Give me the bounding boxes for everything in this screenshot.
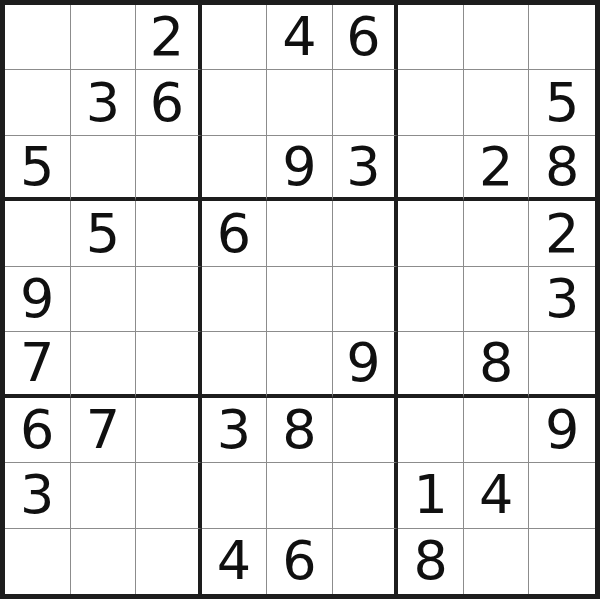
given-digit: 3	[217, 403, 251, 457]
cell-r8c2[interactable]	[71, 463, 137, 528]
cell-r4c9[interactable]: 2	[529, 201, 595, 266]
given-digit: 5	[20, 140, 54, 194]
cell-r9c1[interactable]	[5, 529, 71, 594]
cell-r7c7[interactable]	[398, 398, 464, 463]
cell-r4c4[interactable]: 6	[202, 201, 268, 266]
given-digit: 2	[479, 140, 513, 194]
cell-r8c5[interactable]	[267, 463, 333, 528]
given-digit: 4	[217, 534, 251, 588]
cell-r1c1[interactable]	[5, 5, 71, 70]
cell-r1c4[interactable]	[202, 5, 268, 70]
cell-r7c8[interactable]	[464, 398, 530, 463]
cell-r9c9[interactable]	[529, 529, 595, 594]
cell-r3c7[interactable]	[398, 136, 464, 201]
given-digit: 9	[545, 403, 579, 457]
cell-r1c5[interactable]: 4	[267, 5, 333, 70]
cell-r9c8[interactable]	[464, 529, 530, 594]
cell-r3c5[interactable]: 9	[267, 136, 333, 201]
given-digit: 8	[413, 534, 447, 588]
cell-r2c6[interactable]	[333, 70, 399, 135]
cell-r2c9[interactable]: 5	[529, 70, 595, 135]
cell-r1c2[interactable]	[71, 5, 137, 70]
cell-r3c2[interactable]	[71, 136, 137, 201]
cell-r6c3[interactable]	[136, 332, 202, 397]
cell-r2c4[interactable]	[202, 70, 268, 135]
cell-r1c6[interactable]: 6	[333, 5, 399, 70]
given-digit: 5	[86, 207, 120, 261]
given-digit: 5	[545, 76, 579, 130]
cell-r1c3[interactable]: 2	[136, 5, 202, 70]
given-digit: 6	[150, 76, 184, 130]
given-digit: 6	[346, 10, 380, 64]
cell-r8c3[interactable]	[136, 463, 202, 528]
given-digit: 9	[282, 140, 316, 194]
cell-r7c9[interactable]: 9	[529, 398, 595, 463]
cell-r7c4[interactable]: 3	[202, 398, 268, 463]
cell-r7c2[interactable]: 7	[71, 398, 137, 463]
given-digit: 9	[20, 272, 54, 326]
cell-r2c3[interactable]: 6	[136, 70, 202, 135]
given-digit: 2	[150, 10, 184, 64]
cell-r5c7[interactable]	[398, 267, 464, 332]
given-digit: 3	[545, 272, 579, 326]
cell-r3c1[interactable]: 5	[5, 136, 71, 201]
given-digit: 9	[346, 336, 380, 390]
cell-r9c7[interactable]: 8	[398, 529, 464, 594]
cell-r9c6[interactable]	[333, 529, 399, 594]
cell-r5c1[interactable]: 9	[5, 267, 71, 332]
given-digit: 6	[282, 534, 316, 588]
cell-r5c3[interactable]	[136, 267, 202, 332]
cell-r5c8[interactable]	[464, 267, 530, 332]
cell-r7c3[interactable]	[136, 398, 202, 463]
cell-r4c7[interactable]	[398, 201, 464, 266]
given-digit: 3	[20, 468, 54, 522]
cell-r1c8[interactable]	[464, 5, 530, 70]
cell-r4c2[interactable]: 5	[71, 201, 137, 266]
cell-r2c2[interactable]: 3	[71, 70, 137, 135]
given-digit: 4	[282, 10, 316, 64]
cell-r4c8[interactable]	[464, 201, 530, 266]
cell-r7c6[interactable]	[333, 398, 399, 463]
sudoku-board: 246365593285629379867389314468	[0, 0, 600, 599]
cell-r5c6[interactable]	[333, 267, 399, 332]
given-digit: 6	[20, 403, 54, 457]
given-digit: 8	[479, 336, 513, 390]
cell-r2c8[interactable]	[464, 70, 530, 135]
cell-r6c1[interactable]: 7	[5, 332, 71, 397]
given-digit: 7	[20, 336, 54, 390]
cell-r2c5[interactable]	[267, 70, 333, 135]
cell-r6c6[interactable]: 9	[333, 332, 399, 397]
cell-r3c3[interactable]	[136, 136, 202, 201]
cell-r1c9[interactable]	[529, 5, 595, 70]
cell-r6c2[interactable]	[71, 332, 137, 397]
given-digit: 3	[86, 76, 120, 130]
cell-r2c1[interactable]	[5, 70, 71, 135]
cell-r6c9[interactable]	[529, 332, 595, 397]
cell-r9c5[interactable]: 6	[267, 529, 333, 594]
cell-r5c2[interactable]	[71, 267, 137, 332]
cell-r9c3[interactable]	[136, 529, 202, 594]
given-digit: 1	[413, 468, 447, 522]
cell-r6c7[interactable]	[398, 332, 464, 397]
cell-r2c7[interactable]	[398, 70, 464, 135]
cell-r3c6[interactable]: 3	[333, 136, 399, 201]
given-digit: 3	[346, 140, 380, 194]
cell-r5c5[interactable]	[267, 267, 333, 332]
cell-r3c9[interactable]: 8	[529, 136, 595, 201]
given-digit: 7	[86, 403, 120, 457]
cell-r4c5[interactable]	[267, 201, 333, 266]
given-digit: 6	[217, 207, 251, 261]
cell-r6c4[interactable]	[202, 332, 268, 397]
cell-r1c7[interactable]	[398, 5, 464, 70]
cell-r3c4[interactable]	[202, 136, 268, 201]
cell-r8c8[interactable]: 4	[464, 463, 530, 528]
cell-r4c3[interactable]	[136, 201, 202, 266]
cell-r8c6[interactable]	[333, 463, 399, 528]
cell-r4c6[interactable]	[333, 201, 399, 266]
cell-r3c8[interactable]: 2	[464, 136, 530, 201]
cell-r7c5[interactable]: 8	[267, 398, 333, 463]
given-digit: 4	[479, 468, 513, 522]
cell-r5c9[interactable]: 3	[529, 267, 595, 332]
cell-r8c1[interactable]: 3	[5, 463, 71, 528]
cell-r9c2[interactable]	[71, 529, 137, 594]
given-digit: 2	[545, 207, 579, 261]
cell-r8c9[interactable]	[529, 463, 595, 528]
cell-r7c1[interactable]: 6	[5, 398, 71, 463]
cell-r9c4[interactable]: 4	[202, 529, 268, 594]
cell-r8c7[interactable]: 1	[398, 463, 464, 528]
given-digit: 8	[282, 403, 316, 457]
given-digit: 8	[545, 140, 579, 194]
cell-r4c1[interactable]	[5, 201, 71, 266]
cell-r8c4[interactable]	[202, 463, 268, 528]
cell-r5c4[interactable]	[202, 267, 268, 332]
cell-r6c5[interactable]	[267, 332, 333, 397]
cell-r6c8[interactable]: 8	[464, 332, 530, 397]
